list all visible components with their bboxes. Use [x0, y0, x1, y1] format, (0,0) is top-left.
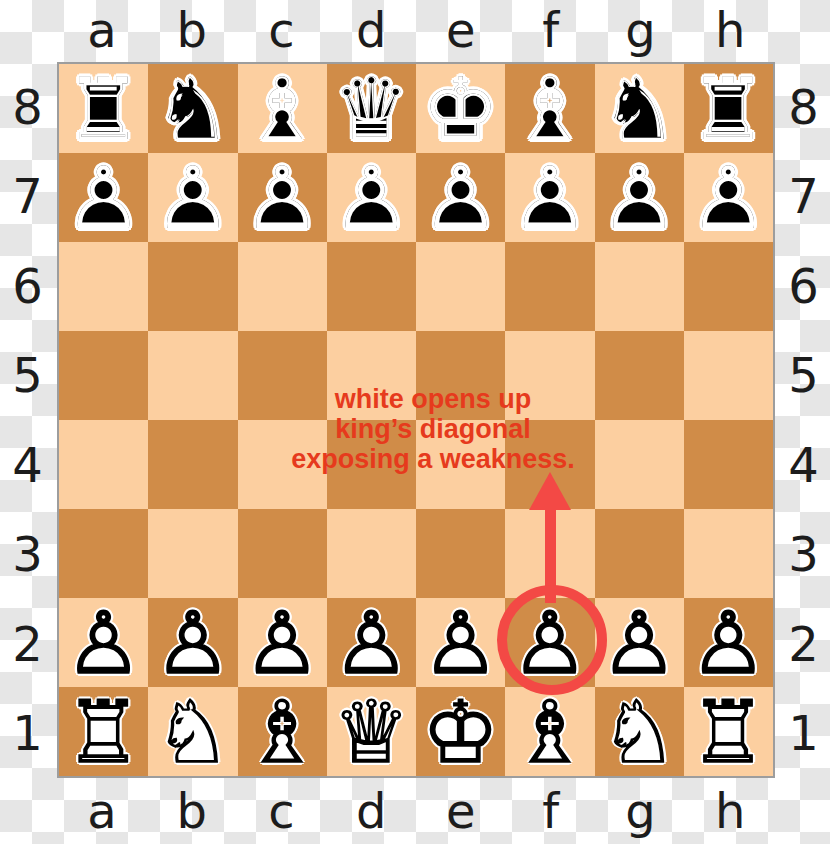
black-knight: ♞	[148, 64, 237, 153]
square-c2: ♟♙	[238, 598, 327, 687]
black-pawn: ♟	[595, 153, 684, 242]
file-label: f	[506, 0, 596, 60]
square-e2: ♟♙	[416, 598, 505, 687]
black-pawn: ♟	[505, 153, 594, 242]
square-f1: ♝♗	[505, 687, 594, 776]
square-c6	[238, 242, 327, 331]
white-king: ♚	[416, 687, 505, 776]
white-knight-outline: ♘	[595, 687, 684, 776]
square-d3	[327, 509, 416, 598]
square-e3	[416, 509, 505, 598]
black-pawn: ♟	[59, 153, 148, 242]
black-bishop-outline: ♗	[505, 64, 594, 153]
black-pawn: ♟	[327, 153, 416, 242]
rank-label: 8	[0, 62, 55, 152]
square-h8: ♜♖	[684, 64, 773, 153]
rank-label: 1	[777, 689, 830, 779]
black-pawn-outline: ♙	[59, 153, 148, 242]
black-knight-outline: ♘	[148, 64, 237, 153]
image-canvas: a b c d e f g h 8 7 6 5 4 3 2 1 ♜♖♞♘♝♗♛♕…	[0, 0, 830, 844]
white-bishop-outline: ♗	[505, 687, 594, 776]
square-h2: ♟♙	[684, 598, 773, 687]
white-king-outline: ♔	[416, 687, 505, 776]
square-h6	[684, 242, 773, 331]
highlight-circle	[497, 585, 607, 695]
square-g7: ♟♙	[595, 153, 684, 242]
rank-label: 6	[0, 241, 55, 331]
square-b7: ♟♙	[148, 153, 237, 242]
square-a8: ♜♖	[59, 64, 148, 153]
black-pawn-outline: ♙	[595, 153, 684, 242]
square-d2: ♟♙	[327, 598, 416, 687]
rank-label: 7	[0, 152, 55, 242]
square-h3	[684, 509, 773, 598]
white-rook-outline: ♖	[59, 687, 148, 776]
white-pawn-outline: ♙	[595, 598, 684, 687]
black-pawn: ♟	[238, 153, 327, 242]
black-pawn-outline: ♙	[327, 153, 416, 242]
white-pawn: ♟	[684, 598, 773, 687]
rank-label: 6	[777, 241, 830, 331]
square-d8: ♛♕	[327, 64, 416, 153]
black-bishop-outline: ♗	[238, 64, 327, 153]
square-b3	[148, 509, 237, 598]
file-label: d	[326, 0, 416, 60]
square-a7: ♟♙	[59, 153, 148, 242]
rank-labels-right: 8 7 6 5 4 3 2 1	[777, 62, 830, 778]
square-h7: ♟♙	[684, 153, 773, 242]
rank-label: 7	[777, 152, 830, 242]
square-c1: ♝♗	[238, 687, 327, 776]
square-f8: ♝♗	[505, 64, 594, 153]
white-queen-outline: ♕	[327, 687, 416, 776]
square-e6	[416, 242, 505, 331]
white-pawn-outline: ♙	[148, 598, 237, 687]
square-b2: ♟♙	[148, 598, 237, 687]
file-label: f	[506, 780, 596, 842]
black-rook-outline: ♖	[59, 64, 148, 153]
square-b6	[148, 242, 237, 331]
file-label: e	[416, 780, 506, 842]
rank-label: 5	[777, 331, 830, 421]
black-pawn-outline: ♙	[238, 153, 327, 242]
rank-label: 4	[0, 420, 55, 510]
square-a5	[59, 331, 148, 420]
rank-label: 3	[777, 510, 830, 600]
white-pawn: ♟	[148, 598, 237, 687]
square-g8: ♞♘	[595, 64, 684, 153]
square-c7: ♟♙	[238, 153, 327, 242]
square-h4	[684, 420, 773, 509]
file-label: b	[147, 0, 237, 60]
square-b8: ♞♘	[148, 64, 237, 153]
file-label: a	[57, 780, 147, 842]
rank-label: 5	[0, 331, 55, 421]
rank-label: 8	[777, 62, 830, 152]
white-queen: ♛	[327, 687, 416, 776]
file-label: d	[326, 780, 416, 842]
square-c3	[238, 509, 327, 598]
file-label: g	[596, 780, 686, 842]
black-pawn-outline: ♙	[505, 153, 594, 242]
black-pawn-outline: ♙	[684, 153, 773, 242]
file-label: e	[416, 0, 506, 60]
square-h5	[684, 331, 773, 420]
file-label: h	[685, 0, 775, 60]
square-d7: ♟♙	[327, 153, 416, 242]
square-e8: ♚♔	[416, 64, 505, 153]
white-pawn-outline: ♙	[684, 598, 773, 687]
square-c8: ♝♗	[238, 64, 327, 153]
black-pawn: ♟	[148, 153, 237, 242]
annotation-line-1: white opens up	[183, 384, 683, 414]
square-e1: ♚♔	[416, 687, 505, 776]
black-knight: ♞	[595, 64, 684, 153]
file-label: c	[237, 780, 327, 842]
file-labels-top: a b c d e f g h	[57, 0, 775, 60]
black-knight-outline: ♘	[595, 64, 684, 153]
square-a3	[59, 509, 148, 598]
black-pawn-outline: ♙	[148, 153, 237, 242]
square-g3	[595, 509, 684, 598]
white-pawn: ♟	[416, 598, 505, 687]
rank-label: 2	[0, 599, 55, 689]
white-pawn: ♟	[327, 598, 416, 687]
file-label: a	[57, 0, 147, 60]
white-pawn: ♟	[59, 598, 148, 687]
black-queen: ♛	[327, 64, 416, 153]
white-bishop: ♝	[238, 687, 327, 776]
square-d1: ♛♕	[327, 687, 416, 776]
black-bishop: ♝	[505, 64, 594, 153]
square-a4	[59, 420, 148, 509]
white-rook: ♜	[59, 687, 148, 776]
square-a1: ♜♖	[59, 687, 148, 776]
rank-labels-left: 8 7 6 5 4 3 2 1	[0, 62, 55, 778]
square-a2: ♟♙	[59, 598, 148, 687]
square-e7: ♟♙	[416, 153, 505, 242]
white-rook-outline: ♖	[684, 687, 773, 776]
square-f6	[505, 242, 594, 331]
annotation-line-2: king’s diagonal	[183, 414, 683, 444]
file-label: g	[596, 0, 686, 60]
white-pawn: ♟	[595, 598, 684, 687]
file-label: h	[685, 780, 775, 842]
black-pawn: ♟	[684, 153, 773, 242]
annotation-text: white opens up king’s diagonal exposing …	[183, 384, 683, 474]
file-labels-bottom: a b c d e f g h	[57, 780, 775, 842]
black-queen-outline: ♕	[327, 64, 416, 153]
white-pawn-outline: ♙	[238, 598, 327, 687]
square-a6	[59, 242, 148, 331]
black-bishop: ♝	[238, 64, 327, 153]
black-pawn-outline: ♙	[416, 153, 505, 242]
annotation-line-3: exposing a weakness.	[183, 444, 683, 474]
rank-label: 3	[0, 510, 55, 600]
file-label: b	[147, 780, 237, 842]
white-pawn: ♟	[238, 598, 327, 687]
black-rook: ♜	[59, 64, 148, 153]
rank-label: 2	[777, 599, 830, 689]
white-pawn-outline: ♙	[327, 598, 416, 687]
white-knight: ♞	[595, 687, 684, 776]
square-f7: ♟♙	[505, 153, 594, 242]
file-label: c	[237, 0, 327, 60]
white-knight: ♞	[148, 687, 237, 776]
black-rook: ♜	[684, 64, 773, 153]
square-b1: ♞♘	[148, 687, 237, 776]
black-king: ♚	[416, 64, 505, 153]
black-rook-outline: ♖	[684, 64, 773, 153]
white-bishop-outline: ♗	[238, 687, 327, 776]
white-pawn-outline: ♙	[416, 598, 505, 687]
black-pawn: ♟	[416, 153, 505, 242]
arrow-head-icon	[529, 472, 571, 510]
rank-label: 1	[0, 689, 55, 779]
white-knight-outline: ♘	[148, 687, 237, 776]
white-pawn-outline: ♙	[59, 598, 148, 687]
square-g1: ♞♘	[595, 687, 684, 776]
square-g6	[595, 242, 684, 331]
rank-label: 4	[777, 420, 830, 510]
square-h1: ♜♖	[684, 687, 773, 776]
black-king-outline: ♔	[416, 64, 505, 153]
square-d6	[327, 242, 416, 331]
square-g2: ♟♙	[595, 598, 684, 687]
white-rook: ♜	[684, 687, 773, 776]
white-bishop: ♝	[505, 687, 594, 776]
